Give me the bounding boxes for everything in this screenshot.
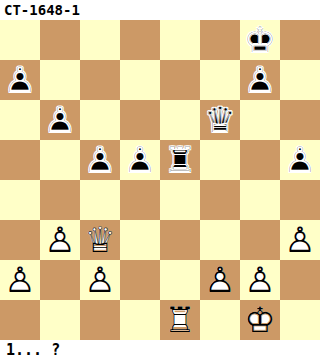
black-pawn: ♟♙: [0, 60, 40, 100]
square-f6[interactable]: ♛♕: [200, 100, 240, 140]
square-g5[interactable]: [240, 140, 280, 180]
square-h6[interactable]: [280, 100, 320, 140]
square-c1[interactable]: [80, 300, 120, 340]
square-a3[interactable]: [0, 220, 40, 260]
square-d3[interactable]: [120, 220, 160, 260]
puzzle-id: CT-1648-1: [4, 2, 80, 18]
square-b5[interactable]: [40, 140, 80, 180]
square-e2[interactable]: [160, 260, 200, 300]
square-h7[interactable]: [280, 60, 320, 100]
square-g1[interactable]: ♚♔: [240, 300, 280, 340]
square-f7[interactable]: [200, 60, 240, 100]
square-g6[interactable]: [240, 100, 280, 140]
white-pawn: ♟♙: [0, 260, 40, 300]
square-f4[interactable]: [200, 180, 240, 220]
black-queen: ♛♕: [200, 100, 240, 140]
black-pawn: ♟♙: [280, 140, 320, 180]
square-c8[interactable]: [80, 20, 120, 60]
square-e1[interactable]: ♜♖: [160, 300, 200, 340]
square-e8[interactable]: [160, 20, 200, 60]
white-pawn: ♟♙: [80, 260, 120, 300]
square-a6[interactable]: [0, 100, 40, 140]
square-b2[interactable]: [40, 260, 80, 300]
square-a7[interactable]: ♟♙: [0, 60, 40, 100]
white-queen: ♛♕: [80, 220, 120, 260]
white-pawn: ♟♙: [40, 220, 80, 260]
square-a8[interactable]: [0, 20, 40, 60]
white-pawn: ♟♙: [240, 260, 280, 300]
square-g3[interactable]: [240, 220, 280, 260]
square-h4[interactable]: [280, 180, 320, 220]
white-pawn: ♟♙: [200, 260, 240, 300]
square-a4[interactable]: [0, 180, 40, 220]
chess-puzzle-page: CT-1648-1 ♚♔♟♙♟♙♟♙♛♕♟♙♟♙♜♖♟♙♟♙♛♕♟♙♟♙♟♙♟♙…: [0, 0, 320, 360]
square-b1[interactable]: [40, 300, 80, 340]
square-f3[interactable]: [200, 220, 240, 260]
square-e6[interactable]: [160, 100, 200, 140]
square-b4[interactable]: [40, 180, 80, 220]
black-pawn: ♟♙: [240, 60, 280, 100]
square-d1[interactable]: [120, 300, 160, 340]
white-pawn: ♟♙: [280, 220, 320, 260]
white-rook: ♜♖: [160, 300, 200, 340]
puzzle-header: CT-1648-1: [0, 0, 320, 20]
square-e7[interactable]: [160, 60, 200, 100]
square-f5[interactable]: [200, 140, 240, 180]
square-g2[interactable]: ♟♙: [240, 260, 280, 300]
square-h3[interactable]: ♟♙: [280, 220, 320, 260]
chess-board: ♚♔♟♙♟♙♟♙♛♕♟♙♟♙♜♖♟♙♟♙♛♕♟♙♟♙♟♙♟♙♟♙♜♖♚♔: [0, 20, 320, 340]
square-e3[interactable]: [160, 220, 200, 260]
square-b6[interactable]: ♟♙: [40, 100, 80, 140]
square-a2[interactable]: ♟♙: [0, 260, 40, 300]
square-h5[interactable]: ♟♙: [280, 140, 320, 180]
square-c6[interactable]: [80, 100, 120, 140]
square-c7[interactable]: [80, 60, 120, 100]
square-h8[interactable]: [280, 20, 320, 60]
square-g7[interactable]: ♟♙: [240, 60, 280, 100]
black-pawn: ♟♙: [120, 140, 160, 180]
black-king: ♚♔: [240, 20, 280, 60]
white-king: ♚♔: [240, 300, 280, 340]
square-g8[interactable]: ♚♔: [240, 20, 280, 60]
square-c5[interactable]: ♟♙: [80, 140, 120, 180]
square-d4[interactable]: [120, 180, 160, 220]
square-f8[interactable]: [200, 20, 240, 60]
black-pawn: ♟♙: [40, 100, 80, 140]
square-d2[interactable]: [120, 260, 160, 300]
puzzle-footer: 1... ?: [0, 340, 320, 360]
square-c2[interactable]: ♟♙: [80, 260, 120, 300]
square-c3[interactable]: ♛♕: [80, 220, 120, 260]
square-a1[interactable]: [0, 300, 40, 340]
square-b8[interactable]: [40, 20, 80, 60]
square-b3[interactable]: ♟♙: [40, 220, 80, 260]
square-h2[interactable]: [280, 260, 320, 300]
square-h1[interactable]: [280, 300, 320, 340]
square-c4[interactable]: [80, 180, 120, 220]
square-d5[interactable]: ♟♙: [120, 140, 160, 180]
black-pawn: ♟♙: [80, 140, 120, 180]
square-e4[interactable]: [160, 180, 200, 220]
square-d7[interactable]: [120, 60, 160, 100]
square-g4[interactable]: [240, 180, 280, 220]
square-a5[interactable]: [0, 140, 40, 180]
square-d8[interactable]: [120, 20, 160, 60]
black-rook: ♜♖: [160, 140, 200, 180]
square-b7[interactable]: [40, 60, 80, 100]
square-d6[interactable]: [120, 100, 160, 140]
move-prompt: 1... ?: [6, 341, 60, 359]
square-f1[interactable]: [200, 300, 240, 340]
square-e5[interactable]: ♜♖: [160, 140, 200, 180]
square-f2[interactable]: ♟♙: [200, 260, 240, 300]
